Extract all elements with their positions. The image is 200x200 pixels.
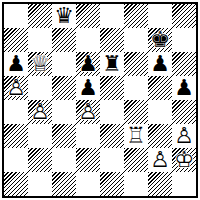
- piece-black-queen: ♛: [52, 4, 76, 28]
- square-c8[interactable]: ♛: [52, 4, 76, 28]
- square-f7[interactable]: [124, 28, 148, 52]
- black-pawn-icon: ♟: [76, 52, 100, 76]
- square-b6[interactable]: ♛♕: [28, 52, 52, 76]
- square-d6[interactable]: ♟: [76, 52, 100, 76]
- piece-black-king: ♚: [148, 28, 172, 52]
- piece-black-rook: ♜: [100, 52, 124, 76]
- square-h5[interactable]: ♟: [172, 76, 196, 100]
- piece-black-pawn: ♟: [148, 52, 172, 76]
- square-b1[interactable]: [28, 172, 52, 196]
- white-pawn-fill-glyph: ♟: [148, 148, 172, 172]
- square-c1[interactable]: [52, 172, 76, 196]
- square-a7[interactable]: [4, 28, 28, 52]
- square-b5[interactable]: [28, 76, 52, 100]
- square-f5[interactable]: [124, 76, 148, 100]
- white-queen-fill-glyph: ♛: [28, 52, 52, 76]
- square-a5[interactable]: ♟♙: [4, 76, 28, 100]
- square-a8[interactable]: [4, 4, 28, 28]
- piece-white-pawn: ♟♙: [172, 124, 196, 148]
- piece-white-king: ♚♔: [172, 148, 196, 172]
- square-h8[interactable]: [172, 4, 196, 28]
- square-a6[interactable]: ♟: [4, 52, 28, 76]
- white-rook-fill-glyph: ♜: [124, 124, 148, 148]
- chess-board: ♛♚♟♛♕♟♜♟♟♙♟♟♟♙♟♙♜♖♟♙♟♙♚♔: [2, 2, 198, 198]
- square-c3[interactable]: [52, 124, 76, 148]
- square-f6[interactable]: [124, 52, 148, 76]
- square-e6[interactable]: ♜: [100, 52, 124, 76]
- square-e2[interactable]: [100, 148, 124, 172]
- square-h4[interactable]: [172, 100, 196, 124]
- square-a3[interactable]: [4, 124, 28, 148]
- square-d7[interactable]: [76, 28, 100, 52]
- square-d2[interactable]: [76, 148, 100, 172]
- white-queen-icon: ♕: [28, 52, 52, 76]
- white-pawn-fill-glyph: ♟: [4, 76, 28, 100]
- square-e3[interactable]: [100, 124, 124, 148]
- square-c7[interactable]: [52, 28, 76, 52]
- black-pawn-icon: ♟: [4, 52, 28, 76]
- piece-white-pawn: ♟♙: [76, 100, 100, 124]
- square-f2[interactable]: [124, 148, 148, 172]
- white-pawn-icon: ♙: [4, 76, 28, 100]
- square-e5[interactable]: [100, 76, 124, 100]
- square-e1[interactable]: [100, 172, 124, 196]
- square-b2[interactable]: [28, 148, 52, 172]
- piece-white-pawn: ♟♙: [4, 76, 28, 100]
- square-d3[interactable]: [76, 124, 100, 148]
- square-e4[interactable]: [100, 100, 124, 124]
- square-g3[interactable]: [148, 124, 172, 148]
- square-e7[interactable]: [100, 28, 124, 52]
- chess-board-grid: ♛♚♟♛♕♟♜♟♟♙♟♟♟♙♟♙♜♖♟♙♟♙♚♔: [4, 4, 196, 196]
- square-g4[interactable]: [148, 100, 172, 124]
- black-king-icon: ♚: [148, 28, 172, 52]
- square-b8[interactable]: [28, 4, 52, 28]
- white-pawn-fill-glyph: ♟: [28, 100, 52, 124]
- square-h2[interactable]: ♚♔: [172, 148, 196, 172]
- square-b3[interactable]: [28, 124, 52, 148]
- black-pawn-icon: ♟: [172, 76, 196, 100]
- square-c5[interactable]: [52, 76, 76, 100]
- square-c2[interactable]: [52, 148, 76, 172]
- piece-black-pawn: ♟: [76, 52, 100, 76]
- white-pawn-icon: ♙: [76, 100, 100, 124]
- black-pawn-icon: ♟: [76, 76, 100, 100]
- square-h6[interactable]: [172, 52, 196, 76]
- piece-black-pawn: ♟: [4, 52, 28, 76]
- piece-black-pawn: ♟: [172, 76, 196, 100]
- square-d1[interactable]: [76, 172, 100, 196]
- square-f4[interactable]: [124, 100, 148, 124]
- black-rook-icon: ♜: [100, 52, 124, 76]
- black-pawn-icon: ♟: [148, 52, 172, 76]
- square-e8[interactable]: [100, 4, 124, 28]
- square-c6[interactable]: [52, 52, 76, 76]
- square-b4[interactable]: ♟♙: [28, 100, 52, 124]
- square-a4[interactable]: [4, 100, 28, 124]
- square-d8[interactable]: [76, 4, 100, 28]
- square-a2[interactable]: [4, 148, 28, 172]
- square-c4[interactable]: [52, 100, 76, 124]
- square-g6[interactable]: ♟: [148, 52, 172, 76]
- square-g8[interactable]: [148, 4, 172, 28]
- white-king-fill-glyph: ♚: [172, 148, 196, 172]
- square-h1[interactable]: [172, 172, 196, 196]
- square-h7[interactable]: [172, 28, 196, 52]
- square-g2[interactable]: ♟♙: [148, 148, 172, 172]
- white-rook-icon: ♖: [124, 124, 148, 148]
- square-g5[interactable]: [148, 76, 172, 100]
- square-a1[interactable]: [4, 172, 28, 196]
- square-d4[interactable]: ♟♙: [76, 100, 100, 124]
- square-g1[interactable]: [148, 172, 172, 196]
- square-f8[interactable]: [124, 4, 148, 28]
- square-g7[interactable]: ♚: [148, 28, 172, 52]
- white-pawn-fill-glyph: ♟: [76, 100, 100, 124]
- square-f1[interactable]: [124, 172, 148, 196]
- square-f3[interactable]: ♜♖: [124, 124, 148, 148]
- square-d5[interactable]: ♟: [76, 76, 100, 100]
- piece-white-rook: ♜♖: [124, 124, 148, 148]
- white-pawn-fill-glyph: ♟: [172, 124, 196, 148]
- piece-white-queen: ♛♕: [28, 52, 52, 76]
- square-h3[interactable]: ♟♙: [172, 124, 196, 148]
- square-b7[interactable]: [28, 28, 52, 52]
- white-pawn-icon: ♙: [148, 148, 172, 172]
- piece-black-pawn: ♟: [76, 76, 100, 100]
- white-pawn-icon: ♙: [172, 124, 196, 148]
- white-king-icon: ♔: [172, 148, 196, 172]
- piece-white-pawn: ♟♙: [148, 148, 172, 172]
- piece-white-pawn: ♟♙: [28, 100, 52, 124]
- white-pawn-icon: ♙: [28, 100, 52, 124]
- black-queen-icon: ♛: [52, 4, 76, 28]
